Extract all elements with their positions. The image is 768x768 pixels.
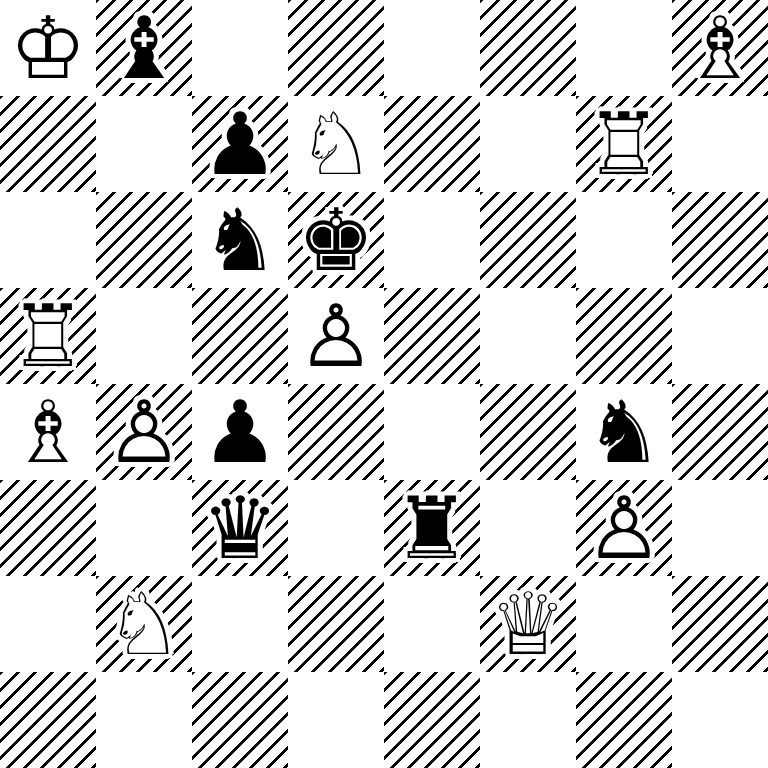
piece-black-pawn[interactable]: ♟: [192, 96, 288, 192]
piece-black-bishop[interactable]: ♝: [96, 0, 192, 96]
square-h2[interactable]: [672, 576, 768, 672]
square-a5[interactable]: ♜♖: [0, 288, 96, 384]
square-b2[interactable]: ♞♘: [96, 576, 192, 672]
square-g6[interactable]: [576, 192, 672, 288]
square-c5[interactable]: [192, 288, 288, 384]
square-h5[interactable]: [672, 288, 768, 384]
piece-white-pawn[interactable]: ♙: [96, 384, 192, 480]
square-g8[interactable]: [576, 0, 672, 96]
square-h7[interactable]: [672, 96, 768, 192]
square-d3[interactable]: [288, 480, 384, 576]
square-c1[interactable]: [192, 672, 288, 768]
square-c2[interactable]: [192, 576, 288, 672]
square-h1[interactable]: [672, 672, 768, 768]
square-e2[interactable]: [384, 576, 480, 672]
square-a6[interactable]: [0, 192, 96, 288]
piece-black-knight[interactable]: ♞: [192, 192, 288, 288]
square-c4[interactable]: ♟♟: [192, 384, 288, 480]
square-c6[interactable]: ♞♞: [192, 192, 288, 288]
square-a1[interactable]: [0, 672, 96, 768]
square-d1[interactable]: [288, 672, 384, 768]
square-d6[interactable]: ♚♚: [288, 192, 384, 288]
square-c7[interactable]: ♟♟: [192, 96, 288, 192]
square-c3[interactable]: ♛♛: [192, 480, 288, 576]
square-h3[interactable]: [672, 480, 768, 576]
piece-black-knight[interactable]: ♞: [576, 384, 672, 480]
square-g5[interactable]: [576, 288, 672, 384]
square-f4[interactable]: [480, 384, 576, 480]
square-g3[interactable]: ♟♙: [576, 480, 672, 576]
square-b7[interactable]: [96, 96, 192, 192]
square-a3[interactable]: [0, 480, 96, 576]
square-c8[interactable]: [192, 0, 288, 96]
square-b4[interactable]: ♟♙: [96, 384, 192, 480]
square-h8[interactable]: ♝♗: [672, 0, 768, 96]
piece-white-pawn[interactable]: ♙: [576, 480, 672, 576]
piece-white-king[interactable]: ♔: [0, 0, 96, 96]
piece-black-king[interactable]: ♚: [288, 192, 384, 288]
square-f7[interactable]: [480, 96, 576, 192]
square-e3[interactable]: ♜♜: [384, 480, 480, 576]
square-e1[interactable]: [384, 672, 480, 768]
square-e8[interactable]: [384, 0, 480, 96]
piece-white-pawn[interactable]: ♙: [288, 288, 384, 384]
square-d2[interactable]: [288, 576, 384, 672]
square-b5[interactable]: [96, 288, 192, 384]
square-b3[interactable]: [96, 480, 192, 576]
square-g1[interactable]: [576, 672, 672, 768]
piece-white-rook[interactable]: ♖: [576, 96, 672, 192]
square-a2[interactable]: [0, 576, 96, 672]
square-e7[interactable]: [384, 96, 480, 192]
piece-white-rook[interactable]: ♖: [0, 288, 96, 384]
square-e6[interactable]: [384, 192, 480, 288]
square-f2[interactable]: ♛♕: [480, 576, 576, 672]
square-h4[interactable]: [672, 384, 768, 480]
piece-black-rook[interactable]: ♜: [384, 480, 480, 576]
square-f3[interactable]: [480, 480, 576, 576]
square-f1[interactable]: [480, 672, 576, 768]
square-g7[interactable]: ♜♖: [576, 96, 672, 192]
piece-white-knight[interactable]: ♘: [288, 96, 384, 192]
piece-black-pawn[interactable]: ♟: [192, 384, 288, 480]
square-a4[interactable]: ♝♗: [0, 384, 96, 480]
square-a7[interactable]: [0, 96, 96, 192]
square-d8[interactable]: [288, 0, 384, 96]
piece-white-knight[interactable]: ♘: [96, 576, 192, 672]
square-f8[interactable]: [480, 0, 576, 96]
square-f5[interactable]: [480, 288, 576, 384]
square-b1[interactable]: [96, 672, 192, 768]
piece-white-bishop[interactable]: ♗: [0, 384, 96, 480]
chess-board: ♚♔♝♝♝♗♟♟♞♘♜♖♞♞♚♚♜♖♟♙♝♗♟♙♟♟♞♞♛♛♜♜♟♙♞♘♛♕: [0, 0, 768, 768]
square-g4[interactable]: ♞♞: [576, 384, 672, 480]
square-b8[interactable]: ♝♝: [96, 0, 192, 96]
piece-black-queen[interactable]: ♛: [192, 480, 288, 576]
square-b6[interactable]: [96, 192, 192, 288]
square-d7[interactable]: ♞♘: [288, 96, 384, 192]
piece-white-queen[interactable]: ♕: [480, 576, 576, 672]
square-g2[interactable]: [576, 576, 672, 672]
square-a8[interactable]: ♚♔: [0, 0, 96, 96]
square-f6[interactable]: [480, 192, 576, 288]
square-d5[interactable]: ♟♙: [288, 288, 384, 384]
square-d4[interactable]: [288, 384, 384, 480]
square-e4[interactable]: [384, 384, 480, 480]
piece-white-bishop[interactable]: ♗: [672, 0, 768, 96]
square-h6[interactable]: [672, 192, 768, 288]
square-e5[interactable]: [384, 288, 480, 384]
